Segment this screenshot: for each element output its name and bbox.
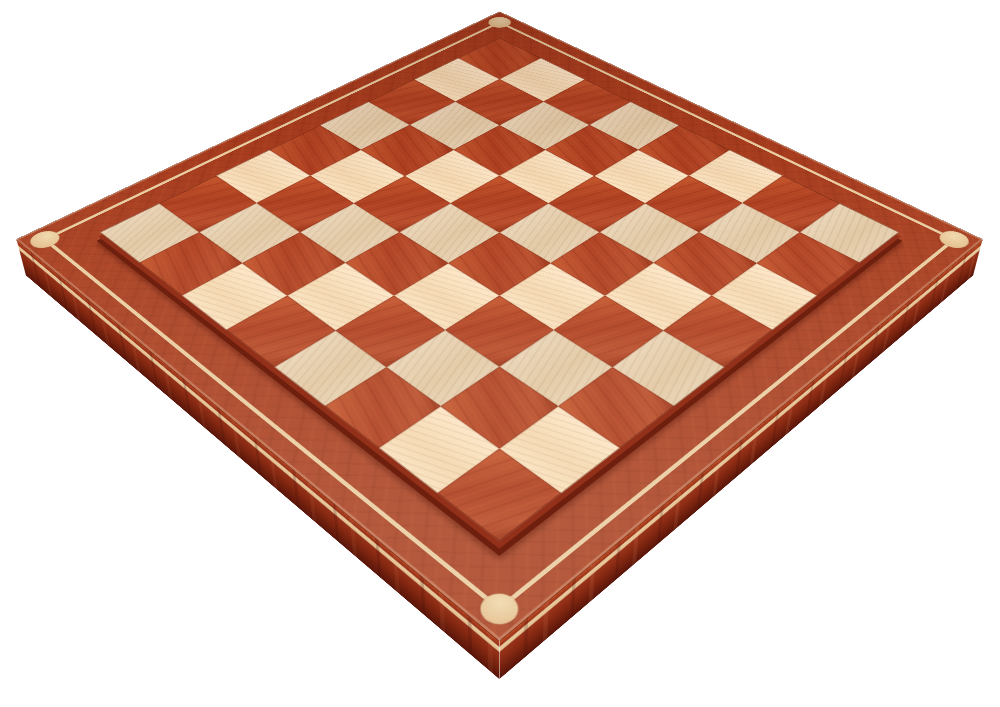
field-lighting-overlay: [100, 38, 899, 542]
product-photo-canvas: [0, 0, 1000, 707]
playing-field: [100, 38, 899, 542]
chessboard: [17, 12, 983, 641]
